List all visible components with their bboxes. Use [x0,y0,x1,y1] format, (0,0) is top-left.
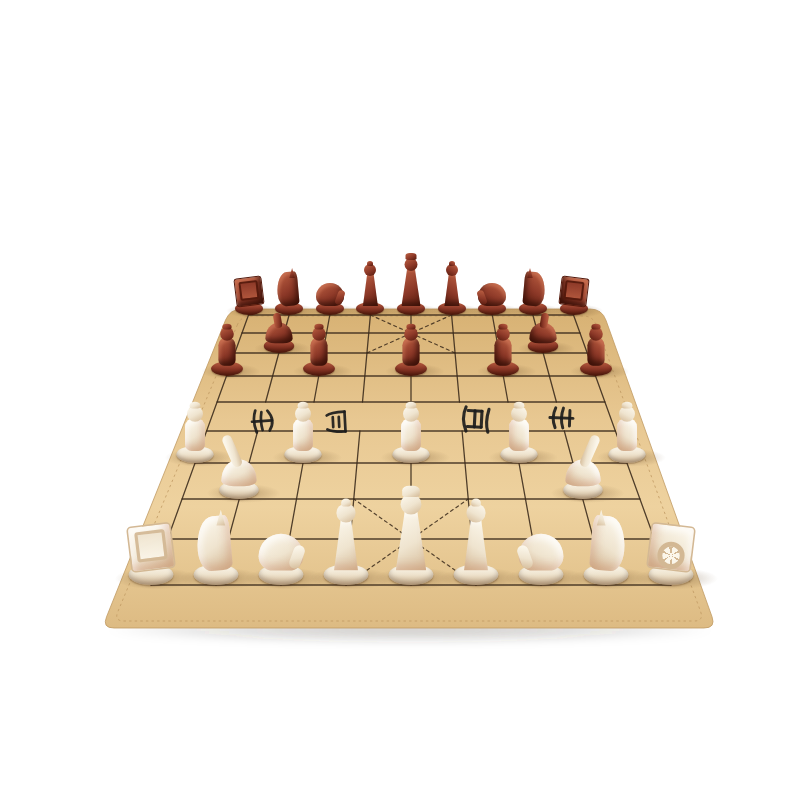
piece-body [293,418,313,451]
figurine [368,351,453,463]
piece-headdress [406,253,417,260]
piece-headdress [449,261,455,266]
piece-headdress [367,261,373,266]
piece-headdress [471,499,481,507]
piece-headdress [222,324,231,330]
piece-headdress [341,499,351,507]
piece-headdress [406,402,417,409]
chariot-panel [134,529,168,563]
piece-headdress [314,324,323,330]
piece-headdress [402,486,420,497]
figurine [620,451,722,585]
piece-headdress [591,324,600,330]
piece-red-chariot-i9[interactable]: 車 [620,451,722,585]
piece-body [328,518,363,571]
piece-body [458,518,493,571]
piece-body [401,418,421,451]
piece-headdress [514,402,525,409]
piece-headdress [298,402,309,409]
piece-headdress [406,324,415,330]
xiangqi-set-photo: 車馬象士將士象馬車砲砲卒卒卒卒卒兵兵兵兵兵炮炮車馬相仕帥仕相馬車 [0,0,800,800]
piece-headdress [499,324,508,330]
piece-body [195,515,233,572]
piece-red-soldier-e6[interactable]: 兵 [368,351,453,463]
chariot-wheel [657,542,684,569]
piece-body [509,418,529,451]
